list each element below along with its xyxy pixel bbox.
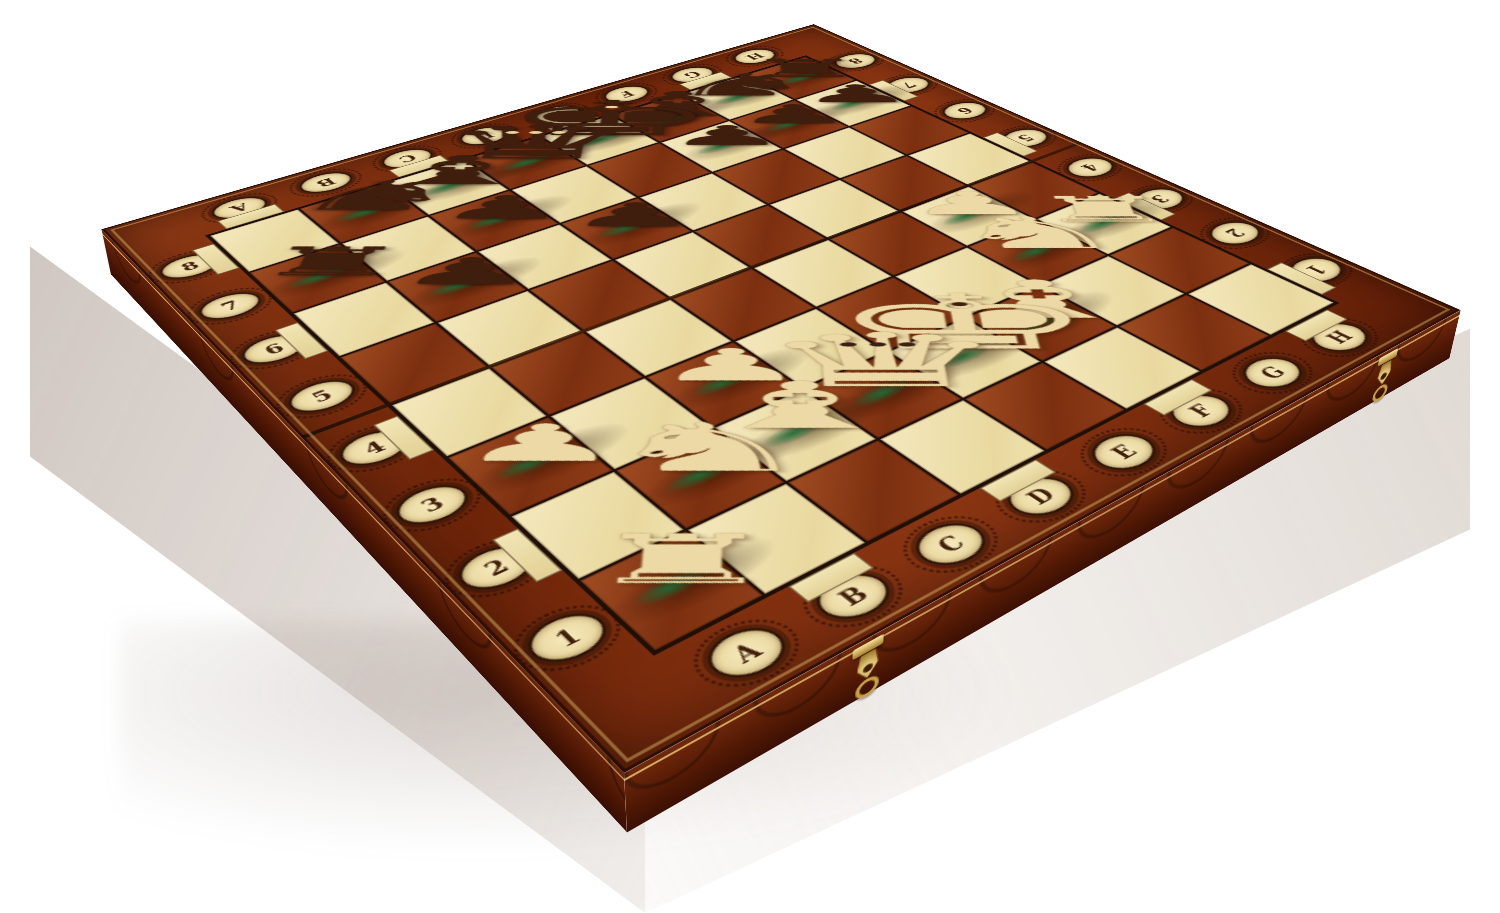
coordinate-label-6: 6 [233,329,315,371]
coordinate-label-C: C [902,515,999,574]
piece-shadow [657,338,826,419]
coordinate-label-B: B [802,565,903,629]
square-b5[interactable] [438,291,581,366]
square-a6[interactable] [293,282,434,356]
piece-felt [627,562,714,611]
square-g1[interactable] [1118,295,1268,371]
square-h1[interactable] [1188,264,1334,335]
square-c2[interactable] [714,389,875,481]
pieces-layer: ♞♝♛♚♝♞♜♜♟♟♟♟♟♟♟♟♟♞♜♞♝♛♚♝♜ [101,24,1460,773]
coordinate-label-F: F [1158,388,1244,435]
piece-felt [756,414,831,452]
coordinate-label-E: E [1079,427,1169,477]
square-b2[interactable] [616,429,783,528]
white-pawn-a3[interactable]: ♟ [341,317,734,469]
product-photo-stage: AABBCCDDEEFFGGHH8877665544332211♞♝♛♚♝♞♜♜… [0,0,1500,913]
coordinate-label-D: D [994,469,1087,523]
border-inlay [275,322,328,359]
border-inlay [788,553,873,603]
coordinate-label-3: 3 [385,477,479,532]
piece-felt [490,443,571,483]
square-a4[interactable] [392,368,547,456]
coordinate-label-A: A [694,618,800,688]
board-frame: AABBCCDDEEFFGGHH8877665544332211♞♝♛♚♝♞♜♜… [101,24,1460,773]
border-inlay [373,416,434,460]
piece-shadow [817,348,982,430]
coordinate-label-1: 1 [515,604,620,672]
piece-shadow [592,524,795,639]
coordinate-label-2: 2 [447,537,546,598]
piece-felt [660,455,739,496]
square-a1[interactable] [580,531,762,650]
coordinate-label-5: 5 [279,374,364,420]
square-c1[interactable] [788,440,958,541]
square-e1[interactable] [965,362,1125,449]
coordinate-label-7: 7 [191,287,269,325]
latch-ring-icon [1371,381,1389,405]
piece-felt [687,365,760,400]
white-rook-a1[interactable]: ♜ [462,410,898,594]
square-b3[interactable] [551,379,709,469]
piece-shadow [458,412,646,505]
square-c3[interactable] [647,343,800,427]
piece-shadow [726,385,900,474]
square-a2[interactable] [511,471,683,578]
piece-felt [846,376,917,411]
border-inlay [492,528,562,582]
coordinate-label-4: 4 [330,423,419,473]
square-f1[interactable] [1044,327,1199,408]
border-inlay [980,459,1056,501]
piece-felt [929,340,997,373]
chess-board: AABBCCDDEEFFGGHH8877665544332211♞♝♛♚♝♞♜♜… [101,24,1460,773]
square-a5[interactable] [341,323,488,403]
square-d1[interactable] [880,400,1045,494]
coordinate-label-G: G [1231,351,1314,395]
square-b1[interactable] [688,484,864,594]
square-b4[interactable] [492,333,642,415]
square-a3[interactable] [449,417,612,514]
square-d2[interactable] [804,352,960,437]
coordinate-label-H: H [1299,317,1379,358]
piece-shadow [627,424,811,520]
border-inlay [1285,310,1347,342]
border-inlay [1143,379,1212,415]
